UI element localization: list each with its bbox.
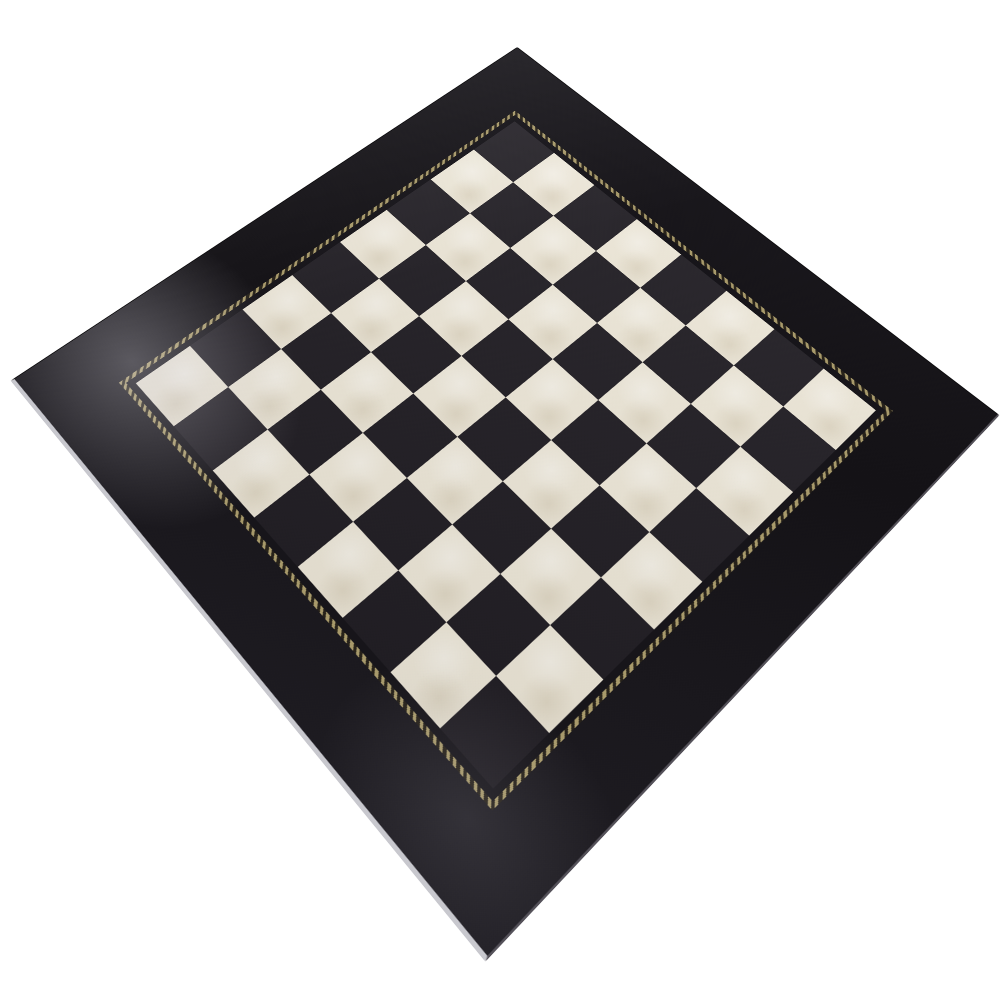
square-c7[interactable] — [268, 390, 363, 474]
square-g6[interactable] — [500, 528, 601, 625]
square-e5[interactable] — [457, 397, 552, 482]
square-f7[interactable] — [399, 525, 500, 622]
square-g3[interactable] — [646, 404, 741, 489]
square-h5[interactable] — [601, 532, 702, 629]
square-d7[interactable] — [310, 433, 407, 521]
square-g7[interactable] — [447, 574, 551, 676]
square-g4[interactable] — [600, 443, 697, 532]
photo-background — [0, 0, 1000, 1000]
square-c8[interactable] — [213, 429, 310, 517]
square-b8[interactable] — [174, 387, 269, 471]
square-f6[interactable] — [452, 481, 551, 574]
square-g8[interactable] — [390, 622, 496, 729]
board-squares — [136, 121, 876, 788]
chessboard-3d — [10, 47, 999, 962]
chessboard — [155, 48, 855, 748]
square-h4[interactable] — [650, 488, 749, 581]
square-e6[interactable] — [406, 436, 503, 524]
board-frame — [10, 47, 999, 962]
square-h2[interactable] — [741, 407, 836, 492]
square-f5[interactable] — [503, 440, 600, 529]
square-h6[interactable] — [550, 578, 654, 680]
square-g5[interactable] — [551, 485, 650, 578]
square-d6[interactable] — [363, 393, 458, 477]
square-e7[interactable] — [353, 478, 452, 570]
square-h3[interactable] — [696, 447, 793, 536]
square-e8[interactable] — [297, 521, 398, 618]
square-f8[interactable] — [343, 570, 447, 672]
square-h7[interactable] — [497, 626, 603, 733]
square-f4[interactable] — [552, 400, 647, 485]
square-h8[interactable] — [440, 676, 549, 789]
square-d8[interactable] — [254, 474, 353, 566]
